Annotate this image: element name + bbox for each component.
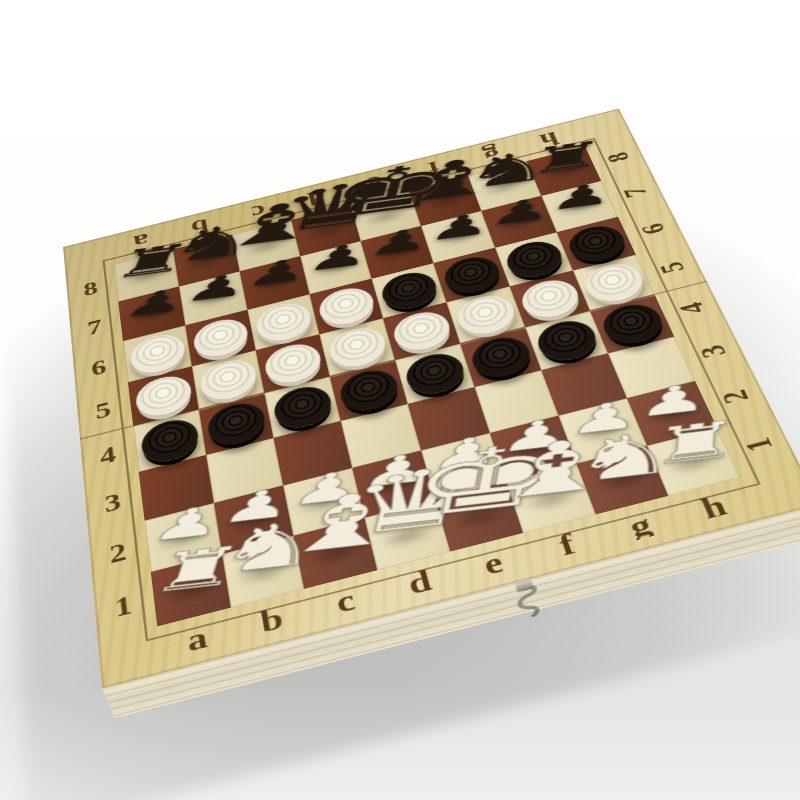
clasp-screw-plate <box>516 580 533 592</box>
scene: aabbccddeeffgghh1122334455667788 ♜♞♝♛♚♝♞… <box>0 0 800 800</box>
board: aabbccddeeffgghh1122334455667788 ♜♞♝♛♚♝♞… <box>63 109 800 689</box>
